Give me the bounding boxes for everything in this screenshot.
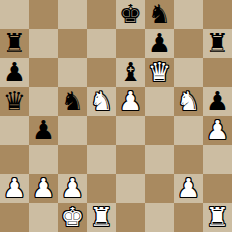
square-g1[interactable] [174,203,203,232]
chess-board: ♚♞♜♟♜♟♝♛♛♞♞♟♞♟♟♟♟♟♟♟♚♜♜ [0,0,232,232]
square-h3[interactable] [203,145,232,174]
square-c3[interactable] [58,145,87,174]
square-f8[interactable]: ♞ [145,0,174,29]
piece-white-rook: ♜ [90,203,113,232]
square-a3[interactable] [0,145,29,174]
square-b3[interactable] [29,145,58,174]
square-d4[interactable] [87,116,116,145]
square-d2[interactable] [87,174,116,203]
square-d5[interactable]: ♞ [87,87,116,116]
square-g3[interactable] [174,145,203,174]
square-b1[interactable] [29,203,58,232]
piece-black-pawn: ♟ [148,29,171,58]
square-c6[interactable] [58,58,87,87]
square-e8[interactable]: ♚ [116,0,145,29]
square-e2[interactable] [116,174,145,203]
square-g4[interactable] [174,116,203,145]
square-a8[interactable] [0,0,29,29]
square-h5[interactable]: ♟ [203,87,232,116]
square-c5[interactable]: ♞ [58,87,87,116]
square-b5[interactable] [29,87,58,116]
square-h7[interactable]: ♜ [203,29,232,58]
square-f7[interactable]: ♟ [145,29,174,58]
piece-white-pawn: ♟ [119,87,142,116]
square-d1[interactable]: ♜ [87,203,116,232]
square-d6[interactable] [87,58,116,87]
piece-black-pawn: ♟ [3,58,26,87]
square-g2[interactable]: ♟ [174,174,203,203]
square-d3[interactable] [87,145,116,174]
square-a2[interactable]: ♟ [0,174,29,203]
square-e3[interactable] [116,145,145,174]
piece-white-rook: ♜ [206,203,229,232]
piece-white-king: ♚ [61,203,84,232]
square-c2[interactable]: ♟ [58,174,87,203]
piece-black-bishop: ♝ [119,58,142,87]
square-c8[interactable] [58,0,87,29]
square-c4[interactable] [58,116,87,145]
piece-white-pawn: ♟ [3,174,26,203]
piece-white-pawn: ♟ [32,174,55,203]
square-f6[interactable]: ♛ [145,58,174,87]
square-a6[interactable]: ♟ [0,58,29,87]
square-c7[interactable] [58,29,87,58]
square-b8[interactable] [29,0,58,29]
square-f5[interactable] [145,87,174,116]
square-b2[interactable]: ♟ [29,174,58,203]
square-h8[interactable] [203,0,232,29]
piece-black-knight: ♞ [61,87,84,116]
square-c1[interactable]: ♚ [58,203,87,232]
square-f3[interactable] [145,145,174,174]
piece-black-queen: ♛ [3,87,26,116]
square-d8[interactable] [87,0,116,29]
square-h1[interactable]: ♜ [203,203,232,232]
square-g8[interactable] [174,0,203,29]
square-e5[interactable]: ♟ [116,87,145,116]
piece-black-rook: ♜ [206,29,229,58]
square-b7[interactable] [29,29,58,58]
square-b6[interactable] [29,58,58,87]
piece-white-queen: ♛ [148,58,171,87]
square-f2[interactable] [145,174,174,203]
square-b4[interactable]: ♟ [29,116,58,145]
square-g5[interactable]: ♞ [174,87,203,116]
square-a7[interactable]: ♜ [0,29,29,58]
piece-white-pawn: ♟ [61,174,84,203]
piece-white-pawn: ♟ [177,174,200,203]
square-e7[interactable] [116,29,145,58]
piece-black-king: ♚ [119,0,142,29]
piece-white-knight: ♞ [177,87,200,116]
square-f1[interactable] [145,203,174,232]
square-f4[interactable] [145,116,174,145]
square-h6[interactable] [203,58,232,87]
piece-black-knight: ♞ [148,0,171,29]
square-g7[interactable] [174,29,203,58]
square-h2[interactable] [203,174,232,203]
square-e4[interactable] [116,116,145,145]
square-e6[interactable]: ♝ [116,58,145,87]
square-g6[interactable] [174,58,203,87]
piece-white-pawn: ♟ [206,116,229,145]
square-e1[interactable] [116,203,145,232]
piece-black-pawn: ♟ [32,116,55,145]
square-a1[interactable] [0,203,29,232]
square-h4[interactable]: ♟ [203,116,232,145]
piece-white-knight: ♞ [90,87,113,116]
piece-black-pawn: ♟ [206,87,229,116]
square-d7[interactable] [87,29,116,58]
square-a4[interactable] [0,116,29,145]
piece-black-rook: ♜ [3,29,26,58]
square-a5[interactable]: ♛ [0,87,29,116]
